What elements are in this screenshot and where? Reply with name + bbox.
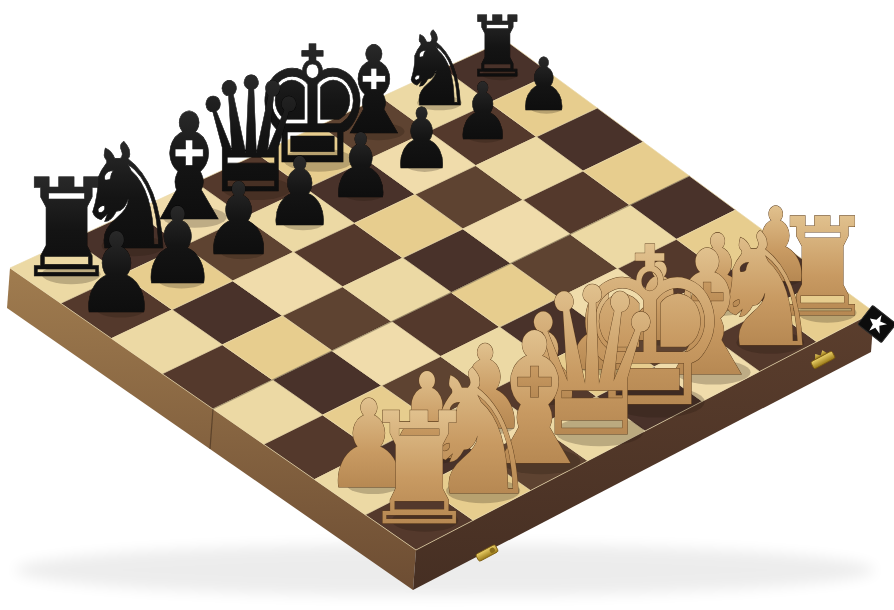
chess-set-photo: ♜♞♟♝♟♚♟♛♟♝♟♞♟♜♟♟♟♟♜♟♞♟♝♟♚♟♛♟♝♟♞♜ bbox=[0, 0, 894, 610]
piece-black-pawn-f7[interactable]: ♟ bbox=[390, 90, 453, 187]
piece-black-pawn-a7[interactable]: ♟ bbox=[75, 209, 159, 338]
piece-white-rook-a1[interactable]: ♜ bbox=[361, 378, 478, 559]
chess-board: ♜♞♟♝♟♚♟♛♟♝♟♞♟♜♟♟♟♟♜♟♞♟♝♟♚♟♛♟♝♟♞♜ bbox=[0, 0, 894, 610]
piece-black-pawn-g7[interactable]: ♟ bbox=[453, 65, 512, 157]
piece-black-pawn-h7[interactable]: ♟ bbox=[516, 42, 571, 128]
piece-black-pawn-e7[interactable]: ♟ bbox=[327, 114, 394, 217]
